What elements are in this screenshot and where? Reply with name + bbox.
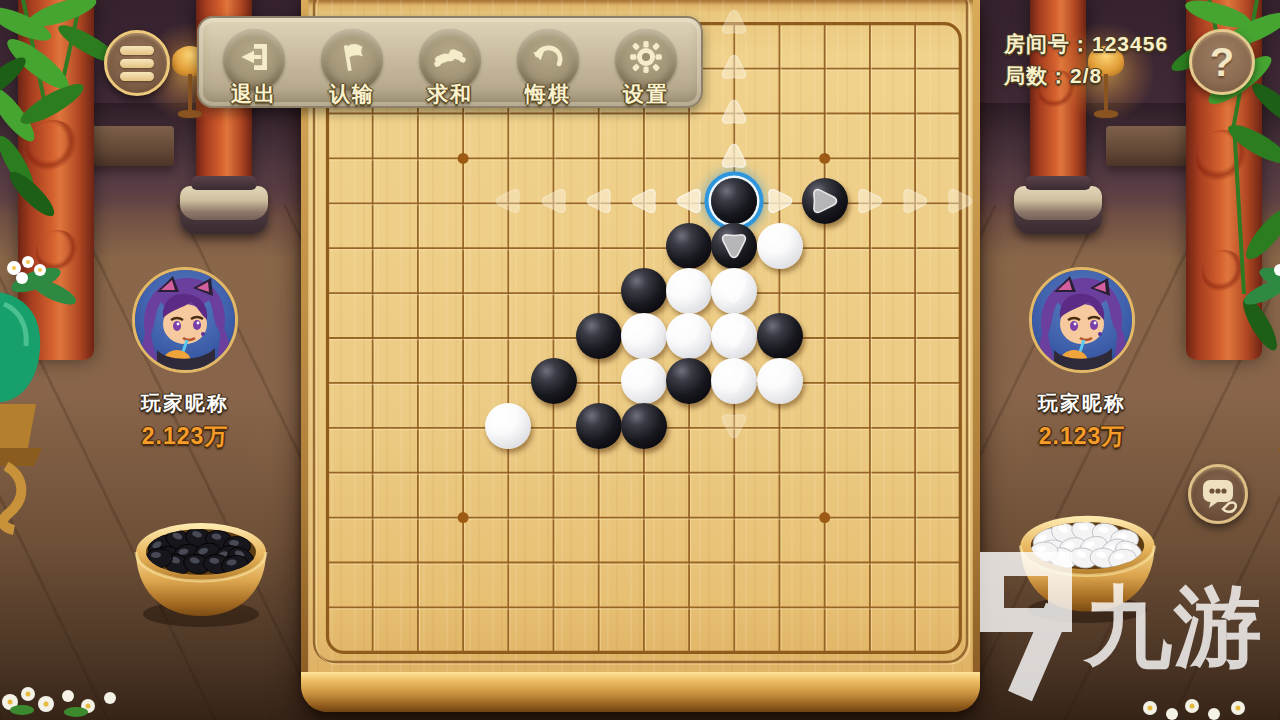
black-stone-c9r9 <box>666 358 712 404</box>
direction-arrow-down-c10r9 <box>719 366 749 396</box>
direction-arrow-left-c6r5 <box>539 186 569 216</box>
flowers-bottom-left <box>0 682 144 720</box>
undo-button[interactable]: 悔棋 <box>502 18 594 110</box>
room-number-value: 123456 <box>1092 32 1168 55</box>
settings-icon <box>628 39 664 75</box>
resign-icon <box>334 39 370 75</box>
white-stone-c8r9 <box>621 358 667 404</box>
direction-arrow-left-c9r5 <box>674 186 704 216</box>
black-stone-c8r7 <box>621 268 667 314</box>
resign-label: 认输 <box>306 80 398 108</box>
black-stone-c11r8 <box>757 313 803 359</box>
player-left-name: 玩家昵称 <box>100 390 270 417</box>
player-left-panel: 玩家昵称 2.123万 <box>100 262 270 452</box>
direction-arrow-right-c11r5 <box>765 186 795 216</box>
black-stone-c9r6 <box>666 223 712 269</box>
player-right-coins: 2.123万 <box>997 421 1167 452</box>
white-stone-c5r10 <box>485 403 531 449</box>
bench-right <box>1106 126 1192 166</box>
player-left-coins: 2.123万 <box>100 421 270 452</box>
direction-arrow-up-c10r4 <box>719 141 749 171</box>
exit-label: 退出 <box>208 80 300 108</box>
direction-arrow-right-c14r5 <box>900 186 930 216</box>
direction-arrow-down-c10r10 <box>719 411 749 441</box>
direction-arrow-left-c8r5 <box>629 186 659 216</box>
chat-bubble-icon <box>1191 467 1245 521</box>
white-stone-c9r7 <box>666 268 712 314</box>
direction-arrow-down-c10r8 <box>719 321 749 351</box>
direction-arrow-left-c7r5 <box>584 186 614 216</box>
black-stone-c8r10 <box>621 403 667 449</box>
direction-arrow-down-c10r7 <box>719 276 749 306</box>
player-right-avatar[interactable] <box>1024 262 1140 378</box>
black-stone-c7r10 <box>576 403 622 449</box>
player-right-panel: 玩家昵称 2.123万 <box>997 262 1167 452</box>
pillar-base-left <box>180 186 268 234</box>
question-mark-icon: ? <box>1210 40 1234 84</box>
resign-button[interactable]: 认输 <box>306 18 398 110</box>
round-value: 2/8 <box>1070 64 1102 87</box>
toolbar-panel: 退出 认输 求和 悔棋 <box>197 16 703 108</box>
menu-button[interactable] <box>104 30 170 96</box>
draw-button[interactable]: 求和 <box>404 18 496 110</box>
room-number-line: 房间号：123456 <box>1004 28 1184 60</box>
black-stone-c7r8 <box>576 313 622 359</box>
pillar-far-left <box>18 0 94 360</box>
chat-button[interactable] <box>1188 464 1248 524</box>
room-info: 房间号：123456 局数：2/8 <box>1004 28 1184 92</box>
pillar-base-right <box>1014 186 1102 234</box>
flowers-bottom-right <box>1130 694 1280 720</box>
draw-icon <box>432 39 468 75</box>
direction-arrow-left-c5r5 <box>493 186 523 216</box>
undo-label: 悔棋 <box>502 80 594 108</box>
direction-arrow-up-c10r2 <box>719 52 749 82</box>
direction-arrow-right-c13r5 <box>855 186 885 216</box>
exit-button[interactable]: 退出 <box>208 18 300 110</box>
direction-arrow-right-c15r5 <box>945 186 975 216</box>
direction-arrow-down-c10r6 <box>719 231 749 261</box>
player-left-avatar[interactable] <box>127 262 243 378</box>
bench-left <box>88 126 174 166</box>
settings-button[interactable]: 设置 <box>600 18 692 110</box>
round-line: 局数：2/8 <box>1004 60 1184 92</box>
player-right-name: 玩家昵称 <box>997 390 1167 417</box>
direction-arrow-up-c10r3 <box>719 97 749 127</box>
direction-arrow-right-c12r5 <box>810 186 840 216</box>
exit-icon <box>236 39 272 75</box>
white-stone-c9r8 <box>666 313 712 359</box>
draw-label: 求和 <box>404 80 496 108</box>
direction-arrow-up-c10r1 <box>719 7 749 37</box>
settings-label: 设置 <box>600 80 692 108</box>
black-stone-c6r9 <box>531 358 577 404</box>
undo-icon <box>530 39 566 75</box>
help-button[interactable]: ? <box>1189 29 1255 95</box>
board-front-bevel <box>301 672 980 712</box>
white-stone-c8r8 <box>621 313 667 359</box>
white-stone-c11r9 <box>757 358 803 404</box>
white-stone-c11r6 <box>757 223 803 269</box>
